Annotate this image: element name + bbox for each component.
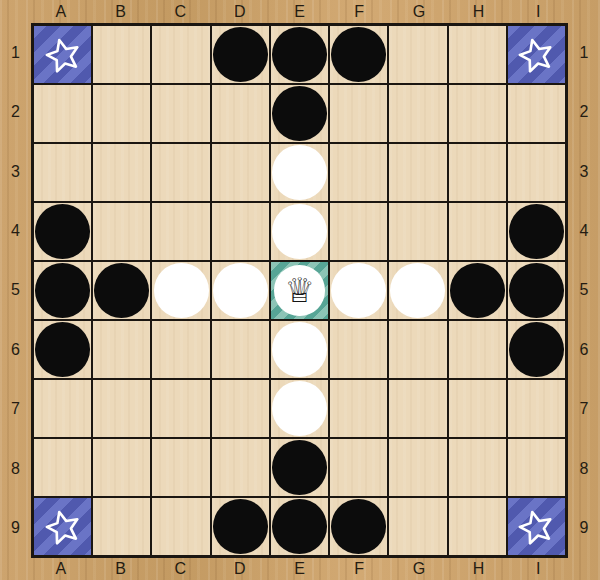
square-A8[interactable] [34, 439, 91, 496]
column-label: A [31, 0, 91, 23]
square-D7[interactable] [212, 380, 269, 437]
row-label: 7 [0, 380, 31, 439]
attacker-piece[interactable] [509, 204, 564, 259]
row-labels-left: 123456789 [0, 23, 31, 558]
square-A7[interactable] [34, 380, 91, 437]
column-label: A [31, 558, 91, 580]
square-C2[interactable] [152, 85, 209, 142]
square-D1[interactable] [212, 26, 269, 83]
square-A1[interactable] [34, 26, 91, 83]
attacker-piece[interactable] [35, 263, 90, 318]
tablut-board: ♕ [31, 23, 568, 558]
square-B3[interactable] [93, 144, 150, 201]
square-A2[interactable] [34, 85, 91, 142]
square-C5[interactable] [152, 262, 209, 319]
row-label: 6 [0, 320, 31, 379]
square-I8[interactable] [508, 439, 565, 496]
square-C9[interactable] [152, 498, 209, 555]
attacker-piece[interactable] [509, 263, 564, 318]
row-label: 4 [0, 201, 31, 260]
square-F8[interactable] [330, 439, 387, 496]
column-label: I [508, 0, 568, 23]
attacker-piece[interactable] [272, 27, 327, 82]
column-label: E [270, 0, 330, 23]
square-D3[interactable] [212, 144, 269, 201]
square-H4[interactable] [449, 203, 506, 260]
row-label: 4 [568, 201, 600, 260]
row-label: 5 [568, 261, 600, 320]
attacker-piece[interactable] [450, 263, 505, 318]
column-label: C [150, 558, 210, 580]
row-label: 5 [0, 261, 31, 320]
crown-icon: ♕ [284, 273, 314, 307]
row-labels-right: 123456789 [568, 23, 600, 558]
row-label: 3 [0, 142, 31, 201]
column-label: E [270, 558, 330, 580]
square-I5[interactable] [508, 262, 565, 319]
square-C7[interactable] [152, 380, 209, 437]
square-I9[interactable] [508, 498, 565, 555]
column-labels-bottom: ABCDEFGHI [31, 558, 568, 580]
row-label: 8 [0, 439, 31, 498]
column-labels-top: ABCDEFGHI [31, 0, 568, 23]
star-icon [510, 28, 563, 81]
column-label: G [389, 558, 449, 580]
square-G2[interactable] [389, 85, 446, 142]
square-B8[interactable] [93, 439, 150, 496]
square-B9[interactable] [93, 498, 150, 555]
board-grid: ♕ [34, 26, 565, 555]
square-I1[interactable] [508, 26, 565, 83]
king-piece[interactable]: ♕ [274, 265, 324, 315]
square-H2[interactable] [449, 85, 506, 142]
square-I3[interactable] [508, 144, 565, 201]
square-G8[interactable] [389, 439, 446, 496]
defender-piece[interactable] [213, 263, 268, 318]
square-B6[interactable] [93, 321, 150, 378]
column-label: D [210, 0, 270, 23]
square-I7[interactable] [508, 380, 565, 437]
row-label: 9 [0, 499, 31, 558]
star-icon [510, 500, 563, 553]
column-label: H [449, 558, 509, 580]
square-A5[interactable] [34, 262, 91, 319]
defender-piece[interactable] [331, 263, 386, 318]
attacker-piece[interactable] [94, 263, 149, 318]
column-label: B [91, 0, 151, 23]
column-label: C [150, 0, 210, 23]
square-E8[interactable] [271, 439, 328, 496]
square-D9[interactable] [212, 498, 269, 555]
square-E7[interactable] [271, 380, 328, 437]
defender-piece[interactable] [272, 145, 327, 200]
square-D5[interactable] [212, 262, 269, 319]
square-B7[interactable] [93, 380, 150, 437]
defender-piece[interactable] [272, 204, 327, 259]
square-D2[interactable] [212, 85, 269, 142]
square-D4[interactable] [212, 203, 269, 260]
defender-piece[interactable] [272, 381, 327, 436]
square-G9[interactable] [389, 498, 446, 555]
row-label: 3 [568, 142, 600, 201]
square-H8[interactable] [449, 439, 506, 496]
square-F5[interactable] [330, 262, 387, 319]
square-E6[interactable] [271, 321, 328, 378]
square-G4[interactable] [389, 203, 446, 260]
defender-piece[interactable] [272, 322, 327, 377]
square-B2[interactable] [93, 85, 150, 142]
attacker-piece[interactable] [509, 322, 564, 377]
square-I4[interactable] [508, 203, 565, 260]
square-D6[interactable] [212, 321, 269, 378]
square-F9[interactable] [330, 498, 387, 555]
column-label: H [449, 0, 509, 23]
square-C3[interactable] [152, 144, 209, 201]
square-E4[interactable] [271, 203, 328, 260]
square-F4[interactable] [330, 203, 387, 260]
attacker-piece[interactable] [272, 86, 327, 141]
attacker-piece[interactable] [35, 204, 90, 259]
attacker-piece[interactable] [213, 27, 268, 82]
square-C6[interactable] [152, 321, 209, 378]
square-E2[interactable] [271, 85, 328, 142]
attacker-piece[interactable] [272, 440, 327, 495]
square-I6[interactable] [508, 321, 565, 378]
attacker-piece[interactable] [331, 499, 386, 554]
square-H1[interactable] [449, 26, 506, 83]
square-I2[interactable] [508, 85, 565, 142]
square-E5[interactable]: ♕ [271, 262, 328, 319]
square-C1[interactable] [152, 26, 209, 83]
square-B4[interactable] [93, 203, 150, 260]
column-label: D [210, 558, 270, 580]
row-label: 9 [568, 499, 600, 558]
row-label: 2 [568, 82, 600, 141]
defender-piece[interactable] [154, 263, 209, 318]
row-label: 7 [568, 380, 600, 439]
square-H6[interactable] [449, 321, 506, 378]
square-C8[interactable] [152, 439, 209, 496]
attacker-piece[interactable] [213, 499, 268, 554]
square-H7[interactable] [449, 380, 506, 437]
square-H9[interactable] [449, 498, 506, 555]
square-A4[interactable] [34, 203, 91, 260]
square-H5[interactable] [449, 262, 506, 319]
square-A3[interactable] [34, 144, 91, 201]
square-F7[interactable] [330, 380, 387, 437]
column-label: F [329, 558, 389, 580]
square-G1[interactable] [389, 26, 446, 83]
column-label: I [508, 558, 568, 580]
column-label: F [329, 0, 389, 23]
row-label: 6 [568, 320, 600, 379]
square-F1[interactable] [330, 26, 387, 83]
row-label: 8 [568, 439, 600, 498]
square-B5[interactable] [93, 262, 150, 319]
square-D8[interactable] [212, 439, 269, 496]
square-F3[interactable] [330, 144, 387, 201]
square-C4[interactable] [152, 203, 209, 260]
square-E1[interactable] [271, 26, 328, 83]
defender-piece[interactable] [390, 263, 445, 318]
column-label: B [91, 558, 151, 580]
column-label: G [389, 0, 449, 23]
star-icon [36, 500, 89, 553]
square-G7[interactable] [389, 380, 446, 437]
square-E3[interactable] [271, 144, 328, 201]
attacker-piece[interactable] [35, 322, 90, 377]
square-G3[interactable] [389, 144, 446, 201]
square-G5[interactable] [389, 262, 446, 319]
square-H3[interactable] [449, 144, 506, 201]
square-E9[interactable] [271, 498, 328, 555]
square-F2[interactable] [330, 85, 387, 142]
square-A6[interactable] [34, 321, 91, 378]
square-A9[interactable] [34, 498, 91, 555]
square-G6[interactable] [389, 321, 446, 378]
game-window: ABCDEFGHI ABCDEFGHI 123456789 123456789 … [0, 0, 600, 580]
row-label: 1 [0, 23, 31, 82]
row-label: 2 [0, 82, 31, 141]
star-icon [36, 28, 89, 81]
attacker-piece[interactable] [272, 499, 327, 554]
attacker-piece[interactable] [331, 27, 386, 82]
square-B1[interactable] [93, 26, 150, 83]
square-F6[interactable] [330, 321, 387, 378]
row-label: 1 [568, 23, 600, 82]
